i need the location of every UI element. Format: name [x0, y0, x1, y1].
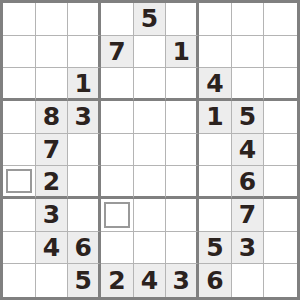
cell-r7c3[interactable] [68, 199, 101, 232]
cell-r6c2[interactable]: 2 [36, 166, 69, 199]
cell-r2c7[interactable] [199, 36, 232, 69]
cell-r2c1[interactable] [3, 36, 36, 69]
cell-r3c3[interactable]: 1 [68, 68, 101, 101]
cell-r3c8[interactable] [232, 68, 265, 101]
cell-r2c6[interactable]: 1 [166, 36, 199, 69]
cell-r2c3[interactable] [68, 36, 101, 69]
cell-r8c1[interactable] [3, 232, 36, 265]
cell-r6c3[interactable] [68, 166, 101, 199]
cell-r8c5[interactable] [134, 232, 167, 265]
cell-r9c9[interactable] [264, 264, 297, 297]
cell-r1c1[interactable] [3, 3, 36, 36]
cell-r4c3[interactable]: 3 [68, 101, 101, 134]
cell-r6c1[interactable] [3, 166, 36, 199]
cell-r3c1[interactable] [3, 68, 36, 101]
cell-r4c9[interactable] [264, 101, 297, 134]
cell-r6c6[interactable] [166, 166, 199, 199]
cell-r1c4[interactable] [101, 3, 134, 36]
cell-r8c9[interactable] [264, 232, 297, 265]
cell-r1c3[interactable] [68, 3, 101, 36]
cell-r2c8[interactable] [232, 36, 265, 69]
cell-r1c9[interactable] [264, 3, 297, 36]
cell-r4c8[interactable]: 5 [232, 101, 265, 134]
cell-r9c1[interactable] [3, 264, 36, 297]
cell-r4c7[interactable]: 1 [199, 101, 232, 134]
cell-r3c5[interactable] [134, 68, 167, 101]
cell-r8c4[interactable] [101, 232, 134, 265]
cell-r5c8[interactable]: 4 [232, 134, 265, 167]
cell-r3c7[interactable]: 4 [199, 68, 232, 101]
cell-r5c7[interactable] [199, 134, 232, 167]
cell-r5c2[interactable]: 7 [36, 134, 69, 167]
cell-r5c3[interactable] [68, 134, 101, 167]
cell-r1c5[interactable]: 5 [134, 3, 167, 36]
cell-r1c8[interactable] [232, 3, 265, 36]
cell-r5c6[interactable] [166, 134, 199, 167]
cell-r7c2[interactable]: 3 [36, 199, 69, 232]
cell-r8c8[interactable]: 3 [232, 232, 265, 265]
cell-r7c8[interactable]: 7 [232, 199, 265, 232]
cell-r6c8[interactable]: 6 [232, 166, 265, 199]
cell-r7c9[interactable] [264, 199, 297, 232]
cell-r5c4[interactable] [101, 134, 134, 167]
cell-r8c7[interactable]: 5 [199, 232, 232, 265]
cell-r5c5[interactable] [134, 134, 167, 167]
cell-r6c4[interactable] [101, 166, 134, 199]
cell-r5c1[interactable] [3, 134, 36, 167]
cell-r6c5[interactable] [134, 166, 167, 199]
cell-r4c5[interactable] [134, 101, 167, 134]
cell-r4c6[interactable] [166, 101, 199, 134]
cell-r3c6[interactable] [166, 68, 199, 101]
sudoku-board: 571148315742637465352436 [0, 0, 300, 300]
cell-r2c9[interactable] [264, 36, 297, 69]
cell-r2c4[interactable]: 7 [101, 36, 134, 69]
cell-r4c1[interactable] [3, 101, 36, 134]
selected-cell-outline [104, 202, 130, 228]
cell-r4c4[interactable] [101, 101, 134, 134]
cell-r7c1[interactable] [3, 199, 36, 232]
cell-r6c7[interactable] [199, 166, 232, 199]
cell-r7c5[interactable] [134, 199, 167, 232]
cell-r7c7[interactable] [199, 199, 232, 232]
cell-r8c2[interactable]: 4 [36, 232, 69, 265]
cell-r3c4[interactable] [101, 68, 134, 101]
cell-r4c2[interactable]: 8 [36, 101, 69, 134]
cell-r9c6[interactable]: 3 [166, 264, 199, 297]
cell-r7c4[interactable] [101, 199, 134, 232]
cell-r9c4[interactable]: 2 [101, 264, 134, 297]
cell-r8c6[interactable] [166, 232, 199, 265]
cell-r3c2[interactable] [36, 68, 69, 101]
cell-r6c9[interactable] [264, 166, 297, 199]
cell-r9c8[interactable] [232, 264, 265, 297]
cell-r9c3[interactable]: 5 [68, 264, 101, 297]
cell-r9c2[interactable] [36, 264, 69, 297]
cell-r5c9[interactable] [264, 134, 297, 167]
cell-r2c2[interactable] [36, 36, 69, 69]
cell-r7c6[interactable] [166, 199, 199, 232]
cell-r1c7[interactable] [199, 3, 232, 36]
cell-r9c5[interactable]: 4 [134, 264, 167, 297]
cell-r8c3[interactable]: 6 [68, 232, 101, 265]
cell-r1c2[interactable] [36, 3, 69, 36]
cell-r3c9[interactable] [264, 68, 297, 101]
cell-r2c5[interactable] [134, 36, 167, 69]
selected-cell-outline [6, 169, 32, 193]
cell-r1c6[interactable] [166, 3, 199, 36]
cell-r9c7[interactable]: 6 [199, 264, 232, 297]
